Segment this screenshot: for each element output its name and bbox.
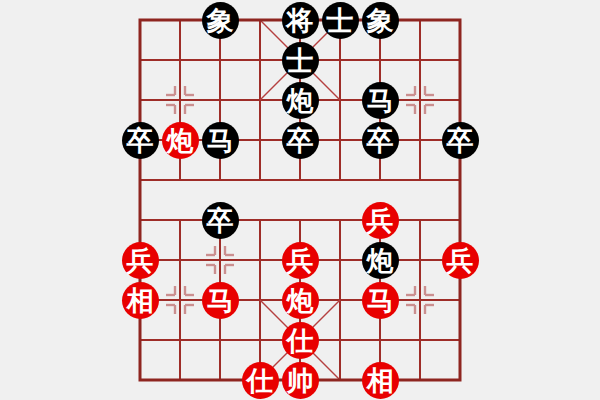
piece-red-advisor[interactable]: 仕 [282,322,319,359]
piece-black-cannon[interactable]: 炮 [282,82,319,119]
piece-red-soldier[interactable]: 兵 [442,242,479,279]
piece-black-soldier[interactable]: 卒 [282,122,319,159]
piece-black-elephant[interactable]: 象 [202,2,239,39]
piece-red-cannon[interactable]: 炮 [162,122,199,159]
piece-black-horse[interactable]: 马 [202,122,239,159]
piece-red-cannon[interactable]: 炮 [282,282,319,319]
piece-red-elephant[interactable]: 相 [122,282,159,319]
board-pieces: 象将士象士炮马卒炮马卒卒卒卒兵兵兵炮兵相马炮马仕仕帅相 [120,0,480,400]
piece-black-horse[interactable]: 马 [362,82,399,119]
piece-red-horse[interactable]: 马 [362,282,399,319]
piece-black-advisor[interactable]: 士 [322,2,359,39]
piece-black-advisor[interactable]: 士 [282,42,319,79]
piece-black-soldier[interactable]: 卒 [122,122,159,159]
piece-red-advisor[interactable]: 仕 [242,362,279,399]
piece-red-horse[interactable]: 马 [202,282,239,319]
piece-black-soldier[interactable]: 卒 [442,122,479,159]
xiangqi-app-screen: 象将士象士炮马卒炮马卒卒卒卒兵兵兵炮兵相马炮马仕仕帅相 [0,0,600,400]
piece-red-soldier[interactable]: 兵 [362,202,399,239]
piece-black-elephant[interactable]: 象 [362,2,399,39]
piece-black-general[interactable]: 将 [282,2,319,39]
piece-black-soldier[interactable]: 卒 [202,202,239,239]
piece-red-soldier[interactable]: 兵 [282,242,319,279]
piece-black-cannon[interactable]: 炮 [362,242,399,279]
piece-red-soldier[interactable]: 兵 [122,242,159,279]
piece-red-general[interactable]: 帅 [282,362,319,399]
xiangqi-board[interactable]: 象将士象士炮马卒炮马卒卒卒卒兵兵兵炮兵相马炮马仕仕帅相 [120,0,480,400]
piece-red-elephant[interactable]: 相 [362,362,399,399]
piece-black-soldier[interactable]: 卒 [362,122,399,159]
